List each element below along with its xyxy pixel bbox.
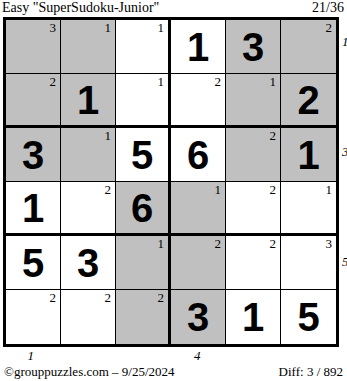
copyright-text: ©grouppuzzles.com – 9/25/2024 <box>4 364 175 379</box>
cell-r4c6[interactable]: 1 <box>281 182 336 236</box>
corner-mark: 2 <box>270 128 277 143</box>
given-value: 5 <box>297 297 319 337</box>
given-value: 3 <box>77 243 99 283</box>
cell-r5c1[interactable]: 5 <box>6 236 61 290</box>
cell-r2c1[interactable]: 2 <box>6 74 61 128</box>
cell-r6c3[interactable]: 2 <box>116 290 171 344</box>
row-label-1: 1 <box>342 35 347 49</box>
given-value: 1 <box>297 135 319 175</box>
given-value: 1 <box>22 188 44 228</box>
corner-mark: 1 <box>158 236 165 251</box>
corner-mark: 1 <box>326 182 333 197</box>
corner-mark: 1 <box>270 74 277 89</box>
cell-r5c5[interactable]: 2 <box>226 236 281 290</box>
cell-r5c6[interactable]: 3 <box>281 236 336 290</box>
corner-mark: 2 <box>50 290 57 305</box>
given-value: 1 <box>77 80 99 120</box>
cell-r2c3[interactable]: 1 <box>116 74 171 128</box>
corner-mark: 2 <box>326 20 333 35</box>
cell-r6c5[interactable]: 1 <box>226 290 281 344</box>
cell-r6c6[interactable]: 5 <box>281 290 336 344</box>
given-value: 3 <box>187 297 209 337</box>
corner-mark: 2 <box>215 236 222 251</box>
cell-r1c3[interactable]: 1 <box>116 20 171 74</box>
cell-r1c1[interactable]: 3 <box>6 20 61 74</box>
corner-mark: 2 <box>270 182 277 197</box>
cell-r4c2[interactable]: 2 <box>61 182 116 236</box>
cell-r1c5[interactable]: 3 <box>226 20 281 74</box>
cell-r5c3[interactable]: 1 <box>116 236 171 290</box>
given-value: 5 <box>22 243 44 283</box>
corner-mark: 2 <box>158 290 165 305</box>
given-value: 1 <box>187 27 209 67</box>
corner-mark: 2 <box>105 182 112 197</box>
corner-mark: 1 <box>105 20 112 35</box>
corner-mark: 2 <box>105 290 112 305</box>
cell-r1c2[interactable]: 1 <box>61 20 116 74</box>
cell-r3c4[interactable]: 6 <box>171 128 226 182</box>
corner-mark: 1 <box>215 182 222 197</box>
cell-r6c1[interactable]: 2 <box>6 290 61 344</box>
row-label-3: 3 <box>342 145 347 159</box>
puzzle-page: Easy "SuperSudoku-Junior" 21/36 31113221… <box>0 0 347 381</box>
cell-r1c4[interactable]: 1 <box>171 20 226 74</box>
cell-r4c4[interactable]: 1 <box>171 182 226 236</box>
difficulty-text: Diff: 3 / 892 <box>279 364 343 379</box>
given-value: 3 <box>242 27 264 67</box>
given-value: 2 <box>297 80 319 120</box>
cell-r2c5[interactable]: 1 <box>226 74 281 128</box>
cell-r6c2[interactable]: 2 <box>61 290 116 344</box>
corner-mark: 3 <box>326 236 333 251</box>
cell-r2c4[interactable]: 2 <box>171 74 226 128</box>
corner-mark: 1 <box>158 20 165 35</box>
given-value: 6 <box>187 135 209 175</box>
cell-r4c5[interactable]: 2 <box>226 182 281 236</box>
cell-r3c6[interactable]: 1 <box>281 128 336 182</box>
given-value: 1 <box>242 297 264 337</box>
cell-r5c4[interactable]: 2 <box>171 236 226 290</box>
puzzle-title: Easy "SuperSudoku-Junior" <box>2 0 159 16</box>
col-label-4: 4 <box>194 349 201 363</box>
corner-mark: 2 <box>270 236 277 251</box>
cell-r4c3[interactable]: 6 <box>116 182 171 236</box>
cell-r2c2[interactable]: 1 <box>61 74 116 128</box>
given-value: 5 <box>131 135 153 175</box>
puzzle-counter: 21/36 <box>312 0 344 16</box>
cell-r3c3[interactable]: 5 <box>116 128 171 182</box>
corner-mark: 2 <box>50 74 57 89</box>
corner-mark: 2 <box>215 74 222 89</box>
sudoku-grid: 311132211212315621126121531223222315 <box>3 17 339 347</box>
row-label-5: 5 <box>342 255 347 269</box>
corner-mark: 1 <box>158 74 165 89</box>
cell-r3c2[interactable]: 1 <box>61 128 116 182</box>
cell-r3c5[interactable]: 2 <box>226 128 281 182</box>
cell-r3c1[interactable]: 3 <box>6 128 61 182</box>
cell-r6c4[interactable]: 3 <box>171 290 226 344</box>
cell-r4c1[interactable]: 1 <box>6 182 61 236</box>
corner-mark: 1 <box>105 128 112 143</box>
cell-r5c2[interactable]: 3 <box>61 236 116 290</box>
col-label-1: 1 <box>28 349 35 363</box>
cell-r2c6[interactable]: 2 <box>281 74 336 128</box>
given-value: 6 <box>131 188 153 228</box>
cell-r1c6[interactable]: 2 <box>281 20 336 74</box>
corner-mark: 3 <box>50 20 57 35</box>
given-value: 3 <box>22 135 44 175</box>
